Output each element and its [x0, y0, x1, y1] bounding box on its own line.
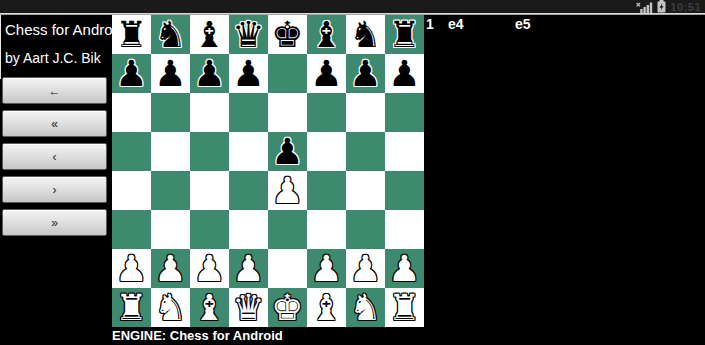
square-f5[interactable] — [307, 132, 346, 171]
black-pawn: ♟ — [310, 54, 342, 93]
square-g6[interactable] — [346, 93, 385, 132]
square-b6[interactable] — [151, 93, 190, 132]
takeback-button[interactable]: ← — [2, 77, 107, 104]
square-d1[interactable]: ♛ — [229, 288, 268, 327]
square-g2[interactable]: ♟ — [346, 249, 385, 288]
black-king: ♚ — [271, 15, 303, 54]
white-move: e4 — [448, 16, 515, 32]
first-move-button[interactable]: « — [2, 110, 107, 137]
square-d8[interactable]: ♛ — [229, 15, 268, 54]
square-c2[interactable]: ♟ — [190, 249, 229, 288]
square-f7[interactable]: ♟ — [307, 54, 346, 93]
black-pawn: ♟ — [349, 54, 381, 93]
black-rook: ♜ — [115, 15, 147, 54]
square-c5[interactable] — [190, 132, 229, 171]
white-pawn: ♟ — [388, 249, 420, 288]
square-f3[interactable] — [307, 210, 346, 249]
square-a6[interactable] — [112, 93, 151, 132]
white-bishop: ♝ — [193, 288, 225, 327]
square-h7[interactable]: ♟ — [385, 54, 424, 93]
square-e2[interactable] — [268, 249, 307, 288]
square-d4[interactable] — [229, 171, 268, 210]
android-status-bar: 10:51 — [0, 0, 705, 13]
square-h5[interactable] — [385, 132, 424, 171]
square-h2[interactable]: ♟ — [385, 249, 424, 288]
square-c4[interactable] — [190, 171, 229, 210]
square-d3[interactable] — [229, 210, 268, 249]
white-knight: ♞ — [349, 288, 381, 327]
white-pawn: ♟ — [232, 249, 264, 288]
square-d2[interactable]: ♟ — [229, 249, 268, 288]
black-queen: ♛ — [232, 15, 264, 54]
square-e5[interactable]: ♟ — [268, 132, 307, 171]
square-d5[interactable] — [229, 132, 268, 171]
square-a3[interactable] — [112, 210, 151, 249]
square-b5[interactable] — [151, 132, 190, 171]
square-e1[interactable]: ♚ — [268, 288, 307, 327]
white-pawn: ♟ — [310, 249, 342, 288]
black-pawn: ♟ — [271, 132, 303, 171]
square-b8[interactable]: ♞ — [151, 15, 190, 54]
square-c7[interactable]: ♟ — [190, 54, 229, 93]
square-b7[interactable]: ♟ — [151, 54, 190, 93]
square-a2[interactable]: ♟ — [112, 249, 151, 288]
square-c8[interactable]: ♝ — [190, 15, 229, 54]
square-c6[interactable] — [190, 93, 229, 132]
square-f4[interactable] — [307, 171, 346, 210]
white-pawn: ♟ — [115, 249, 147, 288]
battery-charging-icon — [657, 0, 666, 13]
square-f6[interactable] — [307, 93, 346, 132]
black-knight: ♞ — [349, 15, 381, 54]
square-h3[interactable] — [385, 210, 424, 249]
chess-board: ♜♞♝♛♚♝♞♜♟♟♟♟♟♟♟♟♟♟♟♟♟♟♟♟♜♞♝♛♚♝♞♜ — [112, 15, 424, 327]
white-pawn: ♟ — [271, 171, 303, 210]
white-pawn: ♟ — [193, 249, 225, 288]
square-e4[interactable]: ♟ — [268, 171, 307, 210]
square-c3[interactable] — [190, 210, 229, 249]
white-rook: ♜ — [115, 288, 147, 327]
navigation-buttons: ← « ‹ › » — [2, 77, 107, 236]
black-pawn: ♟ — [193, 54, 225, 93]
square-f2[interactable]: ♟ — [307, 249, 346, 288]
black-rook: ♜ — [388, 15, 420, 54]
square-h8[interactable]: ♜ — [385, 15, 424, 54]
white-knight: ♞ — [154, 288, 186, 327]
app-author: by Aart J.C. Bik — [5, 50, 101, 66]
square-b2[interactable]: ♟ — [151, 249, 190, 288]
engine-status-text: ENGINE: Chess for Android — [112, 328, 283, 343]
square-a7[interactable]: ♟ — [112, 54, 151, 93]
black-bishop: ♝ — [193, 15, 225, 54]
last-move-button[interactable]: » — [2, 209, 107, 236]
status-bar-clock: 10:51 — [670, 1, 701, 13]
square-f1[interactable]: ♝ — [307, 288, 346, 327]
move-number: 1 — [426, 16, 448, 32]
square-c1[interactable]: ♝ — [190, 288, 229, 327]
square-a8[interactable]: ♜ — [112, 15, 151, 54]
app-title: Chess for Android — [5, 21, 124, 38]
square-d7[interactable]: ♟ — [229, 54, 268, 93]
square-e7[interactable] — [268, 54, 307, 93]
square-a4[interactable] — [112, 171, 151, 210]
white-queen: ♛ — [232, 288, 264, 327]
square-g3[interactable] — [346, 210, 385, 249]
black-knight: ♞ — [154, 15, 186, 54]
square-e3[interactable] — [268, 210, 307, 249]
square-d6[interactable] — [229, 93, 268, 132]
black-bishop: ♝ — [310, 15, 342, 54]
black-pawn: ♟ — [154, 54, 186, 93]
square-f8[interactable]: ♝ — [307, 15, 346, 54]
white-bishop: ♝ — [310, 288, 342, 327]
black-pawn: ♟ — [232, 54, 264, 93]
square-b1[interactable]: ♞ — [151, 288, 190, 327]
square-b4[interactable] — [151, 171, 190, 210]
square-g1[interactable]: ♞ — [346, 288, 385, 327]
app-screen: 10:51 Chess for Android by Aart J.C. Bik… — [0, 0, 705, 345]
square-h6[interactable] — [385, 93, 424, 132]
black-move: e5 — [515, 16, 531, 32]
white-pawn: ♟ — [154, 249, 186, 288]
square-e8[interactable]: ♚ — [268, 15, 307, 54]
next-move-button[interactable]: › — [2, 176, 107, 203]
square-b3[interactable] — [151, 210, 190, 249]
signal-strength-icon — [636, 1, 653, 13]
square-g5[interactable] — [346, 132, 385, 171]
square-g8[interactable]: ♞ — [346, 15, 385, 54]
window-edge-highlight — [0, 15, 1, 79]
move-list: 1 e4 e5 — [426, 16, 531, 32]
white-rook: ♜ — [388, 288, 420, 327]
square-a5[interactable] — [112, 132, 151, 171]
previous-move-button[interactable]: ‹ — [2, 143, 107, 170]
black-pawn: ♟ — [115, 54, 147, 93]
square-e6[interactable] — [268, 93, 307, 132]
square-h1[interactable]: ♜ — [385, 288, 424, 327]
square-g4[interactable] — [346, 171, 385, 210]
white-pawn: ♟ — [349, 249, 381, 288]
black-pawn: ♟ — [388, 54, 420, 93]
square-a1[interactable]: ♜ — [112, 288, 151, 327]
white-king: ♚ — [271, 288, 303, 327]
square-h4[interactable] — [385, 171, 424, 210]
square-g7[interactable]: ♟ — [346, 54, 385, 93]
